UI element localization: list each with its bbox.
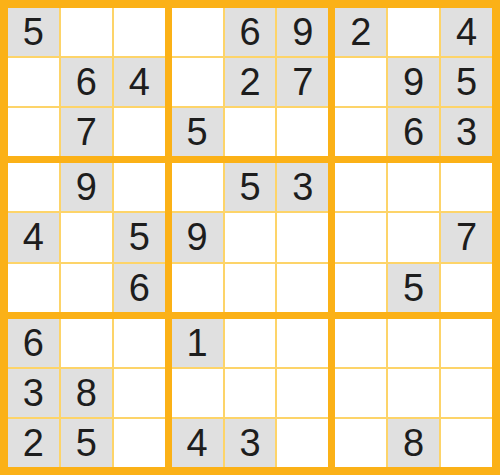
cell-r5c9[interactable]: 7 [441,213,492,261]
sudoku-box-1: 5647 [8,8,165,156]
cell-r9c7[interactable] [335,419,386,467]
cell-r8c9[interactable] [441,369,492,417]
sudoku-box-4: 9456 [8,163,165,311]
cell-r5c3[interactable]: 5 [114,213,165,261]
cell-r2c8[interactable]: 9 [388,58,439,106]
cell-r5c7[interactable] [335,213,386,261]
cell-r2c7[interactable] [335,58,386,106]
cell-r4c9[interactable] [441,163,492,211]
cell-r2c1[interactable] [8,58,59,106]
cell-r1c5[interactable]: 6 [225,8,276,56]
cell-r5c4[interactable]: 9 [172,213,223,261]
cell-r9c6[interactable] [277,419,328,467]
cell-r2c6[interactable]: 7 [277,58,328,106]
cell-r6c8[interactable]: 5 [388,264,439,312]
cell-r6c7[interactable] [335,264,386,312]
cell-r4c7[interactable] [335,163,386,211]
cell-r3c2[interactable]: 7 [61,108,112,156]
cell-r3c8[interactable]: 6 [388,108,439,156]
cell-r8c1[interactable]: 3 [8,369,59,417]
sudoku-box-9: 8 [335,319,492,467]
cell-r6c5[interactable] [225,264,276,312]
cell-r8c3[interactable] [114,369,165,417]
sudoku-box-8: 143 [172,319,329,467]
cell-r9c3[interactable] [114,419,165,467]
cell-r9c5[interactable]: 3 [225,419,276,467]
cell-r4c5[interactable]: 5 [225,163,276,211]
cell-r9c8[interactable]: 8 [388,419,439,467]
cell-r7c3[interactable] [114,319,165,367]
cell-r4c1[interactable] [8,163,59,211]
cell-r3c7[interactable] [335,108,386,156]
cell-r4c8[interactable] [388,163,439,211]
cell-r9c9[interactable] [441,419,492,467]
cell-r1c3[interactable] [114,8,165,56]
sudoku-box-7: 63825 [8,319,165,467]
cell-r7c7[interactable] [335,319,386,367]
sudoku-box-5: 539 [172,163,329,311]
sudoku-box-3: 249563 [335,8,492,156]
sudoku-box-6: 75 [335,163,492,311]
cell-r7c1[interactable]: 6 [8,319,59,367]
sudoku-box-2: 69275 [172,8,329,156]
cell-r4c3[interactable] [114,163,165,211]
cell-r8c4[interactable] [172,369,223,417]
cell-r1c4[interactable] [172,8,223,56]
cell-r8c8[interactable] [388,369,439,417]
cell-r4c6[interactable]: 3 [277,163,328,211]
cell-r9c4[interactable]: 4 [172,419,223,467]
cell-r8c5[interactable] [225,369,276,417]
cell-r1c2[interactable] [61,8,112,56]
cell-r2c3[interactable]: 4 [114,58,165,106]
cell-r1c8[interactable] [388,8,439,56]
cell-r3c4[interactable]: 5 [172,108,223,156]
cell-r4c2[interactable]: 9 [61,163,112,211]
cell-r6c2[interactable] [61,264,112,312]
cell-r7c6[interactable] [277,319,328,367]
cell-r7c5[interactable] [225,319,276,367]
cell-r9c1[interactable]: 2 [8,419,59,467]
cell-r8c2[interactable]: 8 [61,369,112,417]
cell-r1c7[interactable]: 2 [335,8,386,56]
cell-r3c1[interactable] [8,108,59,156]
cell-r2c9[interactable]: 5 [441,58,492,106]
cell-r3c3[interactable] [114,108,165,156]
cell-r2c2[interactable]: 6 [61,58,112,106]
cell-r5c2[interactable] [61,213,112,261]
cell-r5c6[interactable] [277,213,328,261]
cell-r6c3[interactable]: 6 [114,264,165,312]
cell-r3c6[interactable] [277,108,328,156]
cell-r7c9[interactable] [441,319,492,367]
cell-r5c5[interactable] [225,213,276,261]
cell-r1c6[interactable]: 9 [277,8,328,56]
cell-r2c4[interactable] [172,58,223,106]
cell-r3c5[interactable] [225,108,276,156]
cell-r8c6[interactable] [277,369,328,417]
sudoku-board: 564769275249563945653975638251438 [0,0,500,475]
cell-r3c9[interactable]: 3 [441,108,492,156]
cell-r5c1[interactable]: 4 [8,213,59,261]
cell-r6c9[interactable] [441,264,492,312]
cell-r2c5[interactable]: 2 [225,58,276,106]
cell-r7c2[interactable] [61,319,112,367]
cell-r6c6[interactable] [277,264,328,312]
cell-r1c1[interactable]: 5 [8,8,59,56]
cell-r7c4[interactable]: 1 [172,319,223,367]
cell-r9c2[interactable]: 5 [61,419,112,467]
cell-r5c8[interactable] [388,213,439,261]
cell-r6c4[interactable] [172,264,223,312]
cell-r4c4[interactable] [172,163,223,211]
cell-r1c9[interactable]: 4 [441,8,492,56]
cell-r8c7[interactable] [335,369,386,417]
cell-r6c1[interactable] [8,264,59,312]
cell-r7c8[interactable] [388,319,439,367]
